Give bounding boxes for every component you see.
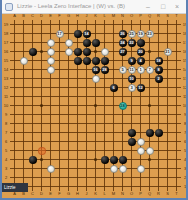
- coordinate-label: 16: [182, 47, 188, 56]
- coordinate-label: 19: [182, 20, 188, 29]
- coordinate-label: Q: [145, 14, 154, 18]
- coordinate-label: 16: [3, 47, 9, 56]
- white-stone-E15[interactable]: [47, 57, 55, 65]
- star-point: [40, 158, 43, 161]
- coordinate-label: J: [82, 192, 91, 196]
- coordinate-label: R: [154, 14, 163, 18]
- coordinate-label: F: [55, 14, 64, 18]
- coordinate-label: G: [64, 192, 73, 196]
- black-stone-R14[interactable]: 8: [155, 66, 163, 74]
- coordinate-label: 3: [182, 164, 188, 173]
- coordinate-label: 10: [3, 101, 9, 110]
- black-stone-J15[interactable]: [83, 57, 91, 65]
- coordinate-label: D: [37, 192, 46, 196]
- coordinate-label: 18: [3, 29, 9, 38]
- coordinate-label: C: [28, 192, 37, 196]
- coordinate-label: 7: [182, 128, 188, 137]
- coordinate-label: L: [100, 192, 109, 196]
- coordinate-label: E: [46, 192, 55, 196]
- black-stone-O6[interactable]: [128, 138, 136, 146]
- coordinate-label: 14: [3, 65, 9, 74]
- app-icon: [5, 3, 13, 11]
- black-stone-O13[interactable]: 10: [128, 75, 136, 83]
- coordinate-label: T: [172, 192, 181, 196]
- white-stone-G16[interactable]: [65, 48, 73, 56]
- coordinate-label: A: [10, 192, 19, 196]
- black-stone-Q7[interactable]: [146, 129, 154, 137]
- white-stone-L16[interactable]: [101, 48, 109, 56]
- coordinate-label: A: [10, 14, 19, 18]
- coordinate-label: P: [136, 192, 145, 196]
- black-stone-H18[interactable]: [74, 30, 82, 38]
- window-title: Lizzie - Leela Zero Interface | (W) vs. …: [17, 3, 125, 9]
- coordinate-label: B: [19, 192, 28, 196]
- black-stone-N4[interactable]: [119, 156, 127, 164]
- go-board[interactable]: ABCDEFGHJKLMNOPQRST ABCDEFGHJKLMNOPQRST …: [2, 14, 186, 198]
- coordinate-label: 8: [3, 119, 9, 128]
- white-stone-E17[interactable]: [47, 39, 55, 47]
- white-stone-O12[interactable]: 3: [128, 84, 136, 92]
- coordinate-label: L: [100, 14, 109, 18]
- coordinate-label: 7: [3, 128, 9, 137]
- close-button[interactable]: ×: [171, 2, 183, 12]
- coordinate-label: F: [55, 192, 64, 196]
- coordinate-label: 15: [3, 56, 9, 65]
- white-stone-P6[interactable]: [137, 138, 145, 146]
- white-stone-Q14[interactable]: 7: [146, 66, 154, 74]
- coordinate-label: Q: [145, 192, 154, 196]
- black-stone-M12[interactable]: 6: [110, 84, 118, 92]
- coordinate-label: 9: [182, 110, 188, 119]
- coordinate-label: 5: [182, 146, 188, 155]
- status-badge: Lizzie: [2, 183, 28, 192]
- black-stone-L14[interactable]: 28: [101, 66, 109, 74]
- coordinate-label: 18: [182, 29, 188, 38]
- coordinate-label: 19: [3, 20, 9, 29]
- coordinate-label: K: [91, 14, 100, 18]
- coordinate-label: 10: [182, 101, 188, 110]
- star-point: [94, 158, 97, 161]
- coordinate-label: N: [118, 192, 127, 196]
- coordinate-label: M: [109, 14, 118, 18]
- black-stone-R7[interactable]: [155, 129, 163, 137]
- coordinate-label: 17: [3, 38, 9, 47]
- coordinate-label: 6: [3, 137, 9, 146]
- coordinate-label: D: [37, 14, 46, 18]
- black-stone-R13[interactable]: 2: [155, 75, 163, 83]
- coordinate-label: P: [136, 14, 145, 18]
- white-stone-P3[interactable]: [137, 165, 145, 173]
- white-stone-S16[interactable]: 21: [164, 48, 172, 56]
- black-stone-N16[interactable]: 27: [119, 48, 127, 56]
- star-point: [148, 104, 151, 107]
- black-stone-L4[interactable]: [101, 156, 109, 164]
- coordinate-label: G: [64, 14, 73, 18]
- coordinate-label: 11: [3, 92, 9, 101]
- coordinate-label: H: [73, 14, 82, 18]
- coordinate-label: M: [109, 192, 118, 196]
- star-point: [94, 50, 97, 53]
- black-stone-J18[interactable]: 14: [83, 30, 91, 38]
- lizzie-window: Lizzie - Leela Zero Interface | (W) vs. …: [0, 0, 188, 200]
- black-stone-C16[interactable]: [29, 48, 37, 56]
- coordinate-label: 2: [182, 173, 188, 182]
- black-stone-J16[interactable]: [83, 48, 91, 56]
- coordinate-label: T: [172, 14, 181, 18]
- white-stone-O18[interactable]: 25: [128, 30, 136, 38]
- coordinate-label: H: [73, 192, 82, 196]
- star-point: [148, 158, 151, 161]
- white-stone-P5[interactable]: [137, 147, 145, 155]
- white-stone-Q18[interactable]: 23: [146, 30, 154, 38]
- black-stone-P15[interactable]: 4: [137, 57, 145, 65]
- black-stone-K14[interactable]: 16: [92, 66, 100, 74]
- coordinate-label: S: [163, 14, 172, 18]
- coordinate-label: B: [19, 14, 28, 18]
- white-stone-K13[interactable]: [92, 75, 100, 83]
- white-stone-G17[interactable]: [65, 39, 73, 47]
- coordinate-label: N: [118, 14, 127, 18]
- coordinates-right: 19181716151413121110987654321: [182, 20, 188, 191]
- coordinate-label: 13: [3, 74, 9, 83]
- coordinate-label: 3: [3, 164, 9, 173]
- coordinates-top: ABCDEFGHJKLMNOPQRST: [10, 14, 181, 18]
- coordinate-label: E: [46, 14, 55, 18]
- coordinates-left: 19181716151413121110987654321: [3, 20, 9, 191]
- black-stone-O15[interactable]: 9: [128, 57, 136, 65]
- white-stone-E3[interactable]: [47, 165, 55, 173]
- suggested-move-D5[interactable]: [38, 147, 46, 155]
- coordinate-label: 14: [182, 65, 188, 74]
- black-stone-O17[interactable]: 22: [128, 39, 136, 47]
- coordinate-label: 15: [182, 56, 188, 65]
- coordinate-label: 11: [182, 92, 188, 101]
- white-stone-N3[interactable]: [119, 165, 127, 173]
- black-stone-H16[interactable]: [74, 48, 82, 56]
- black-stone-L15[interactable]: [101, 57, 109, 65]
- minimize-button[interactable]: –: [142, 2, 154, 12]
- coordinate-label: O: [127, 14, 136, 18]
- white-stone-B15[interactable]: [20, 57, 28, 65]
- white-stone-O14[interactable]: 11: [128, 66, 136, 74]
- coordinate-label: 13: [182, 74, 188, 83]
- board-grid[interactable]: 1426242227209418816281026121721251923511…: [10, 20, 181, 191]
- black-stone-P12[interactable]: 12: [137, 84, 145, 92]
- coordinate-label: 9: [3, 110, 9, 119]
- black-stone-K15[interactable]: [92, 57, 100, 65]
- black-stone-M4[interactable]: [110, 156, 118, 164]
- coordinate-label: 12: [3, 83, 9, 92]
- white-stone-P14[interactable]: 1: [137, 66, 145, 74]
- white-stone-P18[interactable]: 19: [137, 30, 145, 38]
- coordinate-label: O: [127, 192, 136, 196]
- black-stone-H15[interactable]: [74, 57, 82, 65]
- coordinate-label: J: [82, 14, 91, 18]
- white-stone-E16[interactable]: [47, 48, 55, 56]
- white-stone-F18[interactable]: 17: [56, 30, 64, 38]
- black-stone-C4[interactable]: [29, 156, 37, 164]
- white-stone-N14[interactable]: 5: [119, 66, 127, 74]
- coordinate-label: 4: [3, 155, 9, 164]
- title-bar[interactable]: Lizzie - Leela Zero Interface | (W) vs. …: [2, 0, 186, 14]
- coordinate-label: 1: [182, 182, 188, 191]
- maximize-button[interactable]: □: [157, 2, 169, 12]
- black-stone-O7[interactable]: [128, 129, 136, 137]
- coordinates-bottom: ABCDEFGHJKLMNOPQRST: [10, 192, 181, 196]
- white-stone-Q5[interactable]: [146, 147, 154, 155]
- black-stone-N17[interactable]: 24: [119, 39, 127, 47]
- black-stone-P16[interactable]: 20: [137, 48, 145, 56]
- white-stone-E14[interactable]: [47, 66, 55, 74]
- black-stone-J17[interactable]: [83, 39, 91, 47]
- coordinate-label: 8: [182, 119, 188, 128]
- star-point: [94, 104, 97, 107]
- coordinate-label: R: [154, 192, 163, 196]
- star-point: [40, 50, 43, 53]
- star-point: [148, 50, 151, 53]
- white-stone-M3[interactable]: [110, 165, 118, 173]
- coordinate-label: 5: [3, 146, 9, 155]
- coordinate-label: 2: [3, 173, 9, 182]
- coordinate-label: C: [28, 14, 37, 18]
- coordinate-label: K: [91, 192, 100, 196]
- coordinate-label: 4: [182, 155, 188, 164]
- black-stone-R15[interactable]: 18: [155, 57, 163, 65]
- coordinate-label: 6: [182, 137, 188, 146]
- coordinate-label: 12: [182, 83, 188, 92]
- black-stone-K17[interactable]: [92, 39, 100, 47]
- coordinate-label: S: [163, 192, 172, 196]
- black-stone-P17[interactable]: [137, 39, 145, 47]
- suggested-move-N10[interactable]: 28: [119, 102, 127, 110]
- coordinate-label: 17: [182, 38, 188, 47]
- black-stone-N18[interactable]: 26: [119, 30, 127, 38]
- star-point: [40, 104, 43, 107]
